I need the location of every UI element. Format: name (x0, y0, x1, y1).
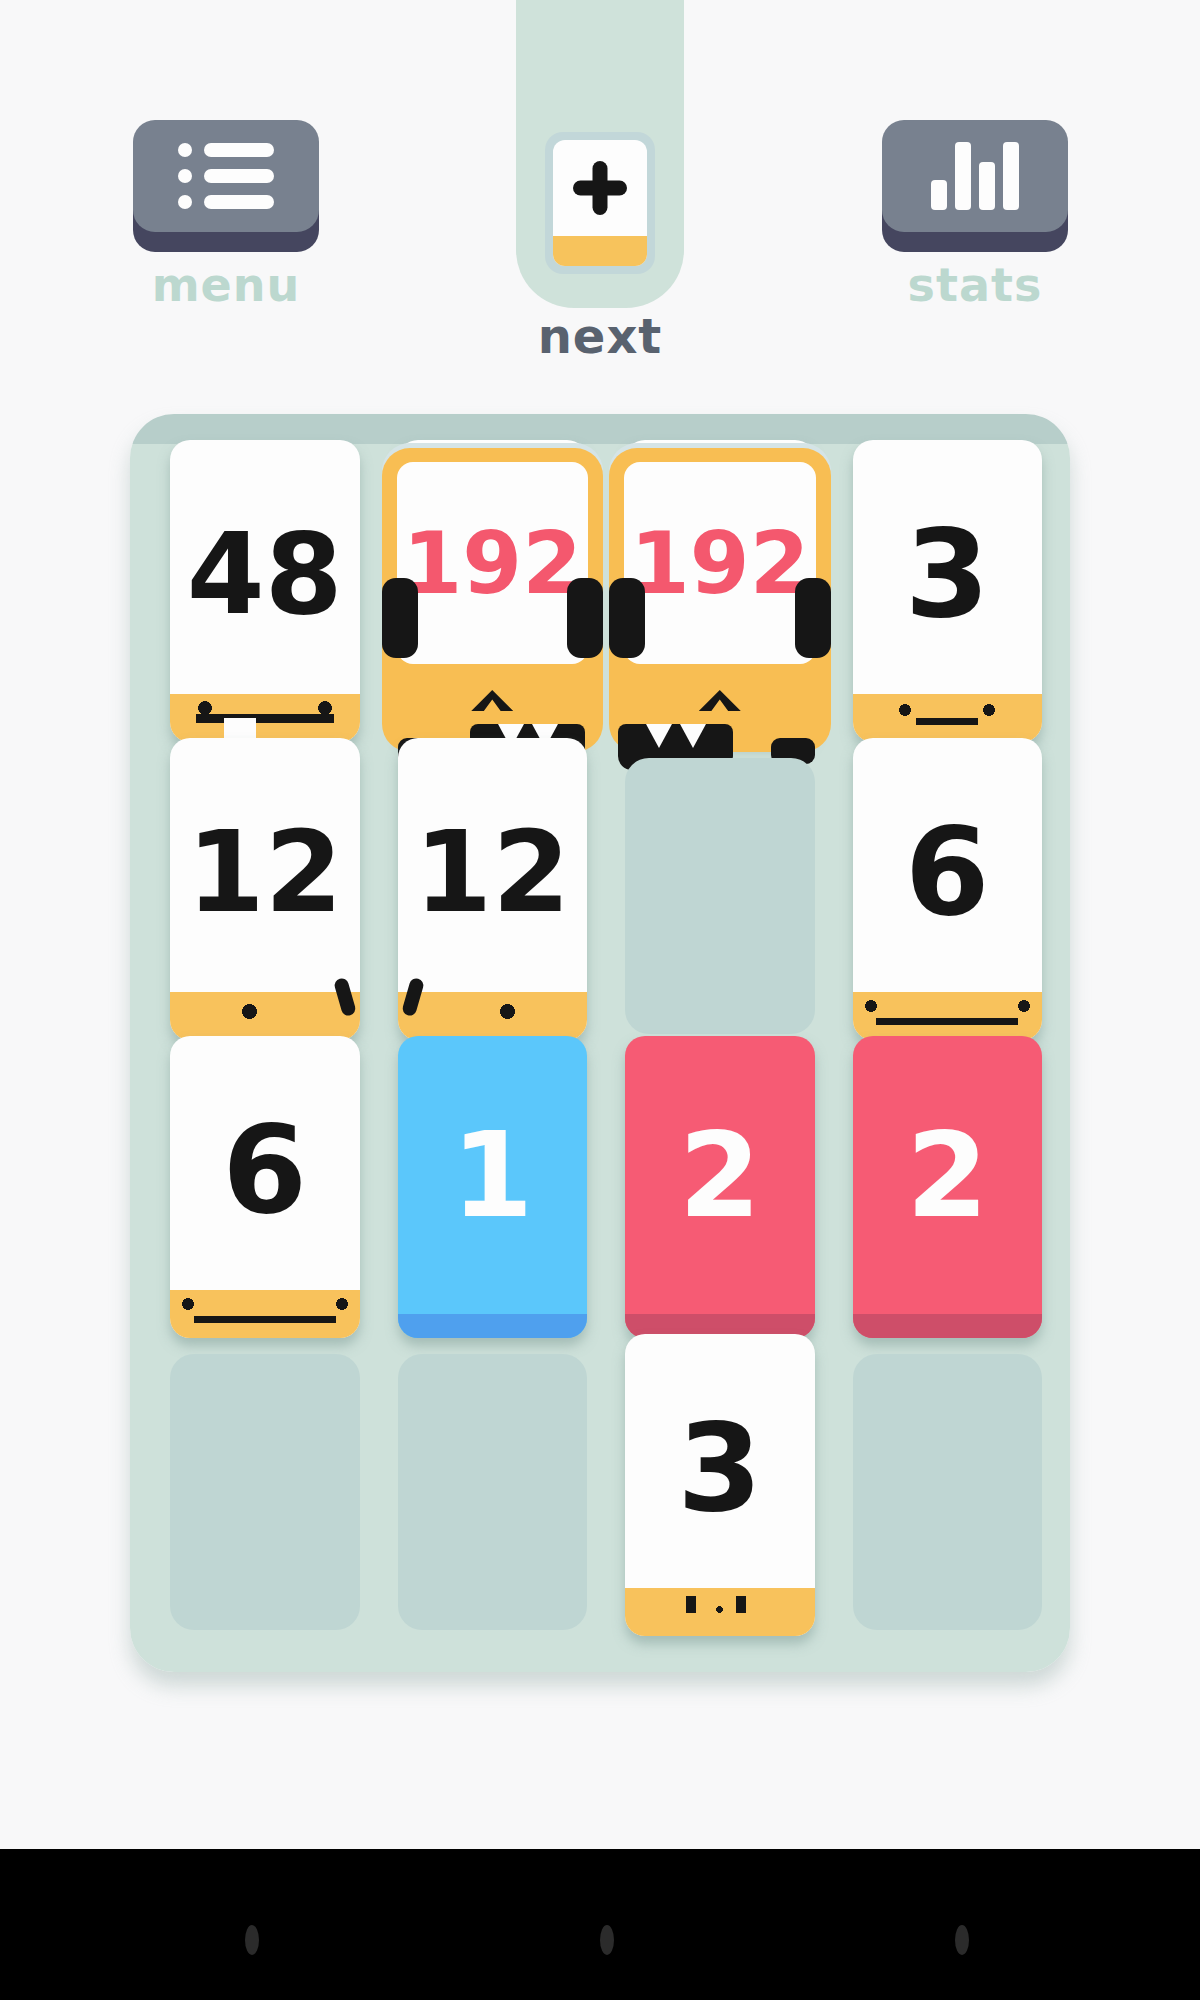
plus-icon (553, 140, 647, 236)
monster-ear-right (795, 578, 831, 658)
board-cell: 6 (853, 758, 1043, 1034)
board-cell (853, 1354, 1043, 1630)
monster-tooth (646, 724, 672, 748)
card-face-band (170, 1290, 360, 1338)
monster-card-face: 192 (624, 462, 816, 664)
board-cell (625, 758, 815, 1034)
card-12[interactable]: 12 (170, 738, 360, 1040)
board-cell: 3 (625, 1354, 815, 1630)
monster-frame: 192 (609, 448, 831, 752)
monster-tooth (680, 724, 706, 748)
bar-chart-icon (931, 142, 1019, 210)
next-card-face (553, 140, 647, 266)
monster-ear-left (382, 578, 418, 658)
board-cell (170, 1354, 360, 1630)
card-3[interactable]: 3 (625, 1334, 815, 1636)
board-cell: 1 (398, 1056, 588, 1332)
board-cell: 12 (398, 758, 588, 1034)
card-value: 192 (402, 513, 582, 613)
next-label: next (466, 308, 734, 364)
card-value: 192 (630, 513, 810, 613)
card-value: 2 (625, 1036, 815, 1338)
board-cell: 2 (853, 1056, 1043, 1332)
board-cell: 6 (170, 1056, 360, 1332)
android-nav-bar (0, 1849, 1200, 2000)
menu-button[interactable] (133, 120, 319, 232)
stats-label: stats (882, 258, 1068, 312)
board-cell: 2 (625, 1056, 815, 1332)
card-3[interactable]: 3 (853, 440, 1043, 742)
card-12[interactable]: 12 (398, 738, 588, 1040)
card-2[interactable]: 2 (625, 1036, 815, 1338)
card-face-band (170, 992, 360, 1040)
board-cell: 48 (170, 460, 360, 736)
board-cell: 192 (625, 460, 815, 736)
board-cell: 3 (853, 460, 1043, 736)
monster-frame: 192 (382, 448, 604, 752)
stats-button[interactable] (882, 120, 1068, 232)
card-2[interactable]: 2 (853, 1036, 1043, 1338)
card-192[interactable]: 192 (625, 440, 815, 742)
card-value: 2 (853, 1036, 1043, 1338)
threes-game-screen: menu next stats 4819219231212661223 (0, 0, 1200, 2000)
card-face-band (625, 1588, 815, 1636)
next-card (545, 132, 655, 274)
board-cell (398, 1354, 588, 1630)
menu-label: menu (133, 258, 319, 312)
monster-ear-right (567, 578, 603, 658)
card-1[interactable]: 1 (398, 1036, 588, 1338)
card-6[interactable]: 6 (170, 1036, 360, 1338)
menu-list-icon (178, 143, 274, 209)
monster-ear-left (609, 578, 645, 658)
card-value: 1 (398, 1036, 588, 1338)
card-face-band (170, 694, 360, 742)
card-face-band (853, 694, 1043, 742)
monster-card-face: 192 (397, 462, 589, 664)
card-48[interactable]: 48 (170, 440, 360, 742)
board-grid: 4819219231212661223 (170, 460, 1042, 1630)
card-192[interactable]: 192 (398, 440, 588, 742)
monster-nose (471, 690, 513, 711)
nav-dot-back[interactable] (245, 1925, 259, 1955)
next-card-holder (516, 0, 684, 308)
monster-nose (699, 690, 741, 711)
board-cell: 192 (398, 460, 588, 736)
nav-dot-home[interactable] (600, 1925, 614, 1955)
card-face-band (853, 992, 1043, 1040)
card-face-band (398, 992, 588, 1040)
game-board[interactable]: 4819219231212661223 (130, 414, 1070, 1672)
nav-dot-recents[interactable] (955, 1925, 969, 1955)
board-cell: 12 (170, 758, 360, 1034)
card-6[interactable]: 6 (853, 738, 1043, 1040)
